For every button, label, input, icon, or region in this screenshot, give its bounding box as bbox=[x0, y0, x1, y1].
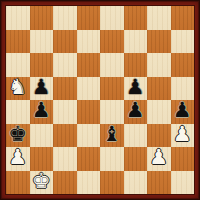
square-g7[interactable] bbox=[147, 30, 171, 54]
square-g2[interactable]: ♟ bbox=[147, 147, 171, 171]
square-d7[interactable] bbox=[77, 30, 101, 54]
square-f1[interactable] bbox=[124, 171, 148, 195]
square-c8[interactable] bbox=[53, 6, 77, 30]
square-f3[interactable] bbox=[124, 124, 148, 148]
square-f7[interactable] bbox=[124, 30, 148, 54]
square-e5[interactable] bbox=[100, 77, 124, 101]
square-e3[interactable]: ♝ bbox=[100, 124, 124, 148]
square-e1[interactable] bbox=[100, 171, 124, 195]
square-g3[interactable] bbox=[147, 124, 171, 148]
chessboard-screenshot: ♞♟♟♟♟♟♚♝♟♟♟♚ bbox=[0, 0, 200, 200]
square-h3[interactable]: ♟ bbox=[171, 124, 195, 148]
square-b7[interactable] bbox=[30, 30, 54, 54]
square-e7[interactable] bbox=[100, 30, 124, 54]
square-h1[interactable] bbox=[171, 171, 195, 195]
square-c1[interactable] bbox=[53, 171, 77, 195]
square-b5[interactable]: ♟ bbox=[30, 77, 54, 101]
square-f2[interactable] bbox=[124, 147, 148, 171]
piece-black-bishop-e3[interactable]: ♝ bbox=[102, 124, 121, 145]
square-h6[interactable] bbox=[171, 53, 195, 77]
square-b4[interactable]: ♟ bbox=[30, 100, 54, 124]
square-a1[interactable] bbox=[6, 171, 30, 195]
square-c3[interactable] bbox=[53, 124, 77, 148]
square-b6[interactable] bbox=[30, 53, 54, 77]
piece-black-pawn-h4[interactable]: ♟ bbox=[173, 100, 192, 121]
square-d6[interactable] bbox=[77, 53, 101, 77]
square-a8[interactable] bbox=[6, 6, 30, 30]
square-h8[interactable] bbox=[171, 6, 195, 30]
square-e6[interactable] bbox=[100, 53, 124, 77]
square-f4[interactable]: ♟ bbox=[124, 100, 148, 124]
piece-white-knight-a5[interactable]: ♞ bbox=[8, 77, 27, 98]
square-f6[interactable] bbox=[124, 53, 148, 77]
square-d8[interactable] bbox=[77, 6, 101, 30]
square-h5[interactable] bbox=[171, 77, 195, 101]
square-e2[interactable] bbox=[100, 147, 124, 171]
square-a7[interactable] bbox=[6, 30, 30, 54]
square-h4[interactable]: ♟ bbox=[171, 100, 195, 124]
square-f8[interactable] bbox=[124, 6, 148, 30]
square-a2[interactable]: ♟ bbox=[6, 147, 30, 171]
square-b1[interactable]: ♚ bbox=[30, 171, 54, 195]
square-h2[interactable] bbox=[171, 147, 195, 171]
square-a4[interactable] bbox=[6, 100, 30, 124]
square-e4[interactable] bbox=[100, 100, 124, 124]
square-b2[interactable] bbox=[30, 147, 54, 171]
square-g8[interactable] bbox=[147, 6, 171, 30]
piece-black-king-a3[interactable]: ♚ bbox=[8, 124, 27, 145]
square-g4[interactable] bbox=[147, 100, 171, 124]
square-a6[interactable] bbox=[6, 53, 30, 77]
square-a5[interactable]: ♞ bbox=[6, 77, 30, 101]
square-d3[interactable] bbox=[77, 124, 101, 148]
piece-white-pawn-g2[interactable]: ♟ bbox=[149, 147, 168, 168]
piece-black-pawn-f5[interactable]: ♟ bbox=[126, 77, 145, 98]
square-h7[interactable] bbox=[171, 30, 195, 54]
square-a3[interactable]: ♚ bbox=[6, 124, 30, 148]
square-d2[interactable] bbox=[77, 147, 101, 171]
chess-board: ♞♟♟♟♟♟♚♝♟♟♟♚ bbox=[6, 6, 194, 194]
square-c4[interactable] bbox=[53, 100, 77, 124]
piece-white-pawn-a2[interactable]: ♟ bbox=[8, 147, 27, 168]
piece-white-king-b1[interactable]: ♚ bbox=[32, 171, 51, 192]
piece-black-pawn-b5[interactable]: ♟ bbox=[32, 77, 51, 98]
square-e8[interactable] bbox=[100, 6, 124, 30]
square-c7[interactable] bbox=[53, 30, 77, 54]
square-b8[interactable] bbox=[30, 6, 54, 30]
square-f5[interactable]: ♟ bbox=[124, 77, 148, 101]
square-c5[interactable] bbox=[53, 77, 77, 101]
piece-white-pawn-h3[interactable]: ♟ bbox=[173, 124, 192, 145]
square-c6[interactable] bbox=[53, 53, 77, 77]
square-b3[interactable] bbox=[30, 124, 54, 148]
square-d1[interactable] bbox=[77, 171, 101, 195]
piece-black-pawn-f4[interactable]: ♟ bbox=[126, 100, 145, 121]
square-d5[interactable] bbox=[77, 77, 101, 101]
square-g1[interactable] bbox=[147, 171, 171, 195]
square-g5[interactable] bbox=[147, 77, 171, 101]
square-d4[interactable] bbox=[77, 100, 101, 124]
square-g6[interactable] bbox=[147, 53, 171, 77]
piece-black-pawn-b4[interactable]: ♟ bbox=[32, 100, 51, 121]
square-c2[interactable] bbox=[53, 147, 77, 171]
